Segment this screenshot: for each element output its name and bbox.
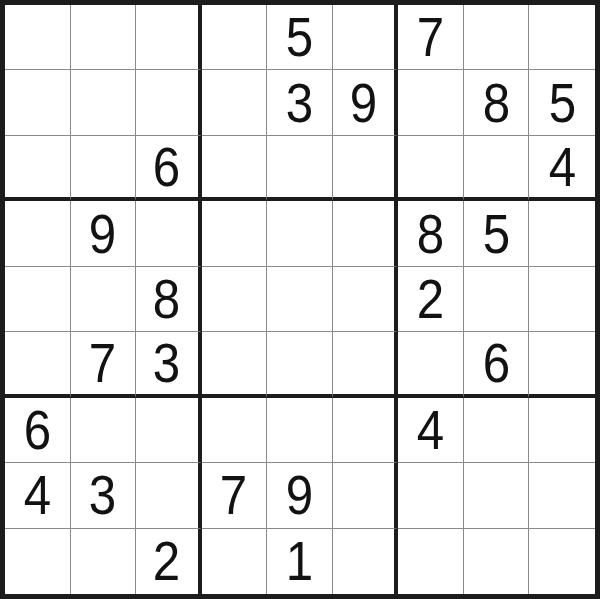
cell-r7c4[interactable] (202, 398, 268, 463)
given-digit: 7 (89, 335, 116, 391)
given-digit: 8 (153, 271, 180, 327)
cell-r8c9[interactable] (529, 463, 595, 528)
given-digit: 4 (549, 139, 576, 195)
cell-r4c1[interactable] (5, 201, 71, 266)
cell-r3c4[interactable] (202, 136, 268, 201)
given-digit: 3 (286, 75, 313, 131)
cell-r1c9[interactable] (529, 5, 595, 70)
given-digit: 2 (417, 271, 444, 327)
cell-r9c3[interactable]: 2 (136, 529, 202, 594)
cell-r5c6[interactable] (333, 267, 399, 332)
cell-r7c9[interactable] (529, 398, 595, 463)
cell-r4c6[interactable] (333, 201, 399, 266)
cell-r6c2[interactable]: 7 (71, 332, 137, 397)
cell-r5c5[interactable] (267, 267, 333, 332)
cell-r8c3[interactable] (136, 463, 202, 528)
cell-r1c6[interactable] (333, 5, 399, 70)
given-digit: 7 (417, 9, 444, 65)
given-digit: 7 (220, 467, 247, 523)
cell-r7c1[interactable]: 6 (5, 398, 71, 463)
cell-r8c6[interactable] (333, 463, 399, 528)
cell-r1c1[interactable] (5, 5, 71, 70)
cell-r5c8[interactable] (464, 267, 530, 332)
cell-r9c1[interactable] (5, 529, 71, 594)
cell-r7c7[interactable]: 4 (398, 398, 464, 463)
cell-r1c7[interactable]: 7 (398, 5, 464, 70)
cell-r6c1[interactable] (5, 332, 71, 397)
cell-r2c5[interactable]: 3 (267, 70, 333, 135)
cell-r7c2[interactable] (71, 398, 137, 463)
cell-r6c6[interactable] (333, 332, 399, 397)
cell-r1c2[interactable] (71, 5, 137, 70)
cell-r9c2[interactable] (71, 529, 137, 594)
cell-r2c1[interactable] (5, 70, 71, 135)
cell-r3c8[interactable] (464, 136, 530, 201)
given-digit: 5 (549, 75, 576, 131)
cell-r2c6[interactable]: 9 (333, 70, 399, 135)
cell-r4c4[interactable] (202, 201, 268, 266)
cell-r5c2[interactable] (71, 267, 137, 332)
cell-r4c2[interactable]: 9 (71, 201, 137, 266)
cell-r3c1[interactable] (5, 136, 71, 201)
given-digit: 8 (482, 75, 509, 131)
sudoku-puzzle: 573985649858273664437921 (0, 0, 600, 599)
given-digit: 3 (89, 467, 116, 523)
cell-r2c7[interactable] (398, 70, 464, 135)
given-digit: 6 (24, 402, 51, 458)
cell-r3c5[interactable] (267, 136, 333, 201)
cell-r8c1[interactable]: 4 (5, 463, 71, 528)
given-digit: 9 (286, 467, 313, 523)
cell-r5c7[interactable]: 2 (398, 267, 464, 332)
cell-r3c3[interactable]: 6 (136, 136, 202, 201)
cell-r9c5[interactable]: 1 (267, 529, 333, 594)
given-digit: 5 (286, 9, 313, 65)
cell-r3c6[interactable] (333, 136, 399, 201)
cell-r1c8[interactable] (464, 5, 530, 70)
cell-r8c2[interactable]: 3 (71, 463, 137, 528)
given-digit: 4 (417, 402, 444, 458)
cell-r8c4[interactable]: 7 (202, 463, 268, 528)
cell-r1c4[interactable] (202, 5, 268, 70)
cell-r5c9[interactable] (529, 267, 595, 332)
cell-r2c9[interactable]: 5 (529, 70, 595, 135)
cell-r9c8[interactable] (464, 529, 530, 594)
cell-r7c6[interactable] (333, 398, 399, 463)
cell-r6c7[interactable] (398, 332, 464, 397)
given-digit: 5 (482, 206, 509, 262)
given-digit: 6 (153, 139, 180, 195)
cell-r3c9[interactable]: 4 (529, 136, 595, 201)
cell-r7c3[interactable] (136, 398, 202, 463)
given-digit: 4 (24, 467, 51, 523)
cell-r4c8[interactable]: 5 (464, 201, 530, 266)
cell-r1c5[interactable]: 5 (267, 5, 333, 70)
cell-r3c2[interactable] (71, 136, 137, 201)
cell-r5c3[interactable]: 8 (136, 267, 202, 332)
cell-r5c1[interactable] (5, 267, 71, 332)
cell-r6c9[interactable] (529, 332, 595, 397)
cell-r2c3[interactable] (136, 70, 202, 135)
cell-r4c5[interactable] (267, 201, 333, 266)
cell-r5c4[interactable] (202, 267, 268, 332)
cell-r1c3[interactable] (136, 5, 202, 70)
cell-r7c5[interactable] (267, 398, 333, 463)
cell-r6c4[interactable] (202, 332, 268, 397)
cell-r9c4[interactable] (202, 529, 268, 594)
cell-r4c7[interactable]: 8 (398, 201, 464, 266)
cell-r4c9[interactable] (529, 201, 595, 266)
cell-r7c8[interactable] (464, 398, 530, 463)
cell-r2c2[interactable] (71, 70, 137, 135)
cell-r6c3[interactable]: 3 (136, 332, 202, 397)
cell-r8c8[interactable] (464, 463, 530, 528)
cell-r6c8[interactable]: 6 (464, 332, 530, 397)
cell-r4c3[interactable] (136, 201, 202, 266)
cell-r9c7[interactable] (398, 529, 464, 594)
cell-r2c4[interactable] (202, 70, 268, 135)
cell-r9c6[interactable] (333, 529, 399, 594)
given-digit: 8 (417, 206, 444, 262)
given-digit: 1 (286, 533, 313, 589)
cell-r8c5[interactable]: 9 (267, 463, 333, 528)
cell-r8c7[interactable] (398, 463, 464, 528)
given-digit: 9 (89, 206, 116, 262)
given-digit: 3 (153, 335, 180, 391)
cell-r9c9[interactable] (529, 529, 595, 594)
given-digit: 2 (153, 533, 180, 589)
cell-r3c7[interactable] (398, 136, 464, 201)
given-digit: 6 (482, 335, 509, 391)
cell-r2c8[interactable]: 8 (464, 70, 530, 135)
given-digit: 9 (350, 75, 377, 131)
cell-r6c5[interactable] (267, 332, 333, 397)
sudoku-board: 573985649858273664437921 (0, 0, 600, 599)
